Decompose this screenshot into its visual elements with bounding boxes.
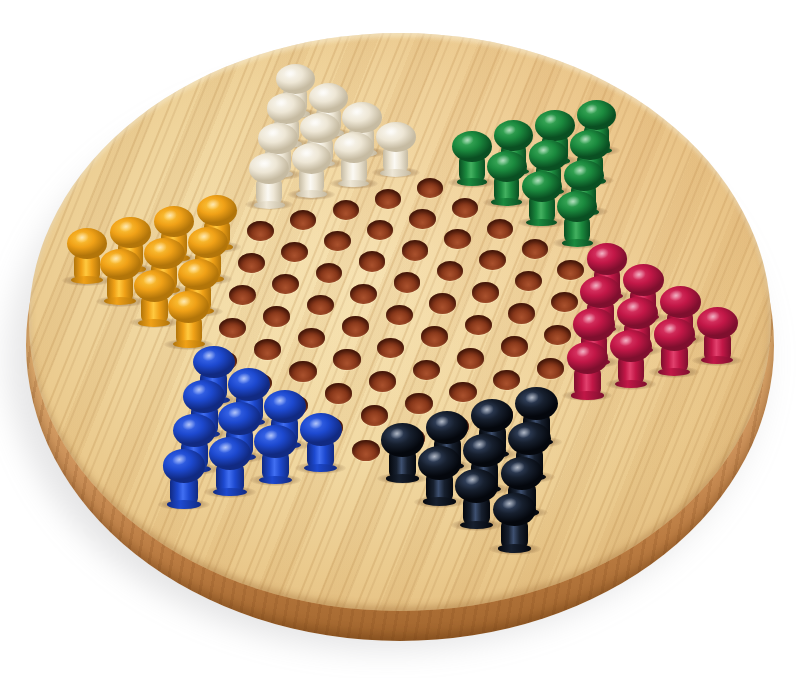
hole[interactable] — [325, 383, 353, 404]
hole[interactable] — [429, 293, 456, 313]
peg-green[interactable] — [487, 151, 527, 206]
hole[interactable] — [316, 263, 343, 283]
hole[interactable] — [417, 178, 443, 198]
hole[interactable] — [359, 251, 386, 271]
hole[interactable] — [375, 189, 401, 209]
hole[interactable] — [324, 231, 351, 251]
peg-base — [304, 464, 337, 472]
peg-cap — [610, 330, 652, 362]
hole[interactable] — [238, 253, 265, 273]
peg-white[interactable] — [376, 122, 416, 177]
peg-blue[interactable] — [163, 449, 206, 509]
hole[interactable] — [402, 240, 429, 260]
peg-cap — [508, 422, 551, 455]
peg-base — [615, 380, 647, 388]
hole[interactable] — [298, 328, 325, 349]
hole[interactable] — [281, 242, 308, 262]
peg-base — [498, 544, 532, 552]
peg-base — [259, 476, 292, 484]
hole[interactable] — [342, 316, 369, 337]
peg-yellow[interactable] — [168, 291, 209, 348]
peg-white[interactable] — [292, 143, 332, 198]
hole[interactable] — [508, 303, 535, 324]
peg-base — [296, 190, 327, 198]
hole[interactable] — [333, 349, 360, 370]
hole[interactable] — [409, 209, 435, 229]
hole[interactable] — [350, 284, 377, 304]
hole[interactable] — [229, 285, 256, 305]
hole[interactable] — [367, 220, 393, 240]
hole[interactable] — [472, 282, 499, 302]
hole[interactable] — [394, 272, 421, 292]
hole[interactable] — [487, 219, 513, 239]
peg-white[interactable] — [334, 132, 374, 187]
hole[interactable] — [421, 326, 448, 347]
hole[interactable] — [254, 339, 281, 360]
peg-cap — [300, 413, 343, 446]
hole[interactable] — [479, 250, 506, 270]
peg-white[interactable] — [249, 153, 289, 208]
peg-red[interactable] — [567, 342, 609, 400]
peg-base — [571, 391, 604, 399]
hole[interactable] — [457, 348, 484, 369]
peg-base — [254, 201, 285, 209]
peg-base — [386, 474, 419, 482]
hole[interactable] — [272, 274, 299, 294]
hole[interactable] — [501, 336, 528, 357]
peg-base — [457, 178, 488, 186]
hole[interactable] — [386, 305, 413, 326]
peg-cap — [529, 140, 569, 171]
hole[interactable] — [537, 358, 564, 379]
peg-black[interactable] — [493, 493, 536, 553]
peg-blue[interactable] — [209, 437, 252, 496]
peg-green[interactable] — [557, 191, 597, 247]
peg-blue[interactable] — [254, 425, 297, 484]
hole[interactable] — [263, 306, 290, 327]
peg-red[interactable] — [654, 318, 696, 376]
peg-red[interactable] — [697, 307, 738, 365]
hole[interactable] — [307, 295, 334, 316]
hole[interactable] — [465, 315, 492, 336]
peg-green[interactable] — [522, 171, 562, 227]
chinese-checkers-photo — [0, 0, 800, 678]
hole[interactable] — [352, 440, 380, 461]
peg-black[interactable] — [455, 469, 498, 529]
hole[interactable] — [247, 221, 274, 241]
peg-base — [423, 497, 456, 505]
hole[interactable] — [333, 200, 359, 220]
hole[interactable] — [515, 271, 542, 291]
peg-base — [380, 169, 411, 177]
peg-base — [167, 500, 200, 508]
hole[interactable] — [452, 198, 478, 218]
peg-blue[interactable] — [300, 413, 343, 472]
hole[interactable] — [289, 361, 316, 382]
peg-red[interactable] — [610, 330, 652, 388]
peg-base — [138, 319, 170, 327]
